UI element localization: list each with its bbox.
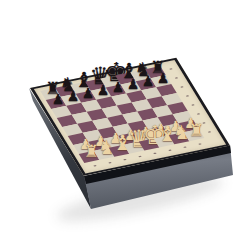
peg-hole [197, 113, 201, 115]
peg-hole [168, 150, 172, 152]
peg-hole [93, 165, 97, 167]
peg-hole [175, 77, 179, 79]
peg-hole [198, 143, 202, 145]
peg-hole [180, 86, 184, 88]
chess-set-photo: ♜♞♝♛♚♝♞♜♟♟♟♟♟♟♟♟♟♟♟♟♟♟♟♟♜♞♝♛♚♝♞♜ [0, 0, 250, 250]
peg-hole [169, 68, 173, 70]
peg-hole [208, 131, 212, 133]
piece-black-rook: ♜ [150, 59, 166, 76]
peg-hole [186, 95, 190, 97]
peg-hole [108, 162, 112, 164]
peg-hole [191, 104, 195, 106]
peg-hole [123, 159, 127, 161]
peg-hole [153, 153, 157, 155]
peg-hole [138, 156, 142, 158]
peg-hole [183, 146, 187, 148]
peg-hole [202, 122, 206, 124]
